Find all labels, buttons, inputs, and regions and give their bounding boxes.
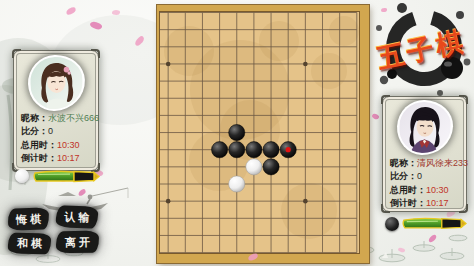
left-player-card: 昵称：水波不兴666 比分：0 总用时：10:30 倒计时：10:17 xyxy=(13,50,99,171)
stat-row: 昵称：水波不兴666 xyxy=(21,112,97,125)
nickname-label: 昵称： xyxy=(21,113,48,123)
stone-black xyxy=(246,142,262,158)
stone-black xyxy=(229,124,245,140)
stone-black xyxy=(229,142,245,158)
score-label: 比分： xyxy=(21,126,48,136)
stone-black xyxy=(212,142,228,158)
card-corner-ornament xyxy=(12,49,21,58)
stat-row: 昵称：清风徐来233 xyxy=(390,157,466,170)
stone-black xyxy=(263,142,279,158)
score-value: 0 xyxy=(417,171,422,181)
resign-button[interactable]: 认输 xyxy=(56,205,99,228)
total-time-value: 10:30 xyxy=(57,140,80,150)
left-player-stats: 昵称：水波不兴666 比分：0 总用时：10:30 倒计时：10:17 xyxy=(21,112,97,166)
stat-row: 比分：0 xyxy=(390,170,466,183)
stone-white xyxy=(246,159,262,175)
petal-icon xyxy=(371,113,380,121)
right-player-stats: 昵称：清风徐来233 比分：0 总用时：10:30 倒计时：10:17 xyxy=(390,157,466,211)
total-time-value: 10:30 xyxy=(426,185,449,195)
score-label: 比分： xyxy=(390,171,417,181)
undo-move-button[interactable]: 悔棋 xyxy=(8,207,50,230)
star-point xyxy=(166,199,171,204)
last-move-marker xyxy=(286,147,291,152)
white-stone-icon xyxy=(15,169,29,183)
nickname-value: 水波不兴666 xyxy=(48,113,99,123)
countdown-value: 10:17 xyxy=(426,198,449,208)
total-time-label: 总用时： xyxy=(21,140,57,150)
sword-item-icon xyxy=(32,168,100,185)
stat-row: 比分：0 xyxy=(21,125,97,138)
card-corner-ornament xyxy=(381,95,390,104)
gomoku-board[interactable] xyxy=(157,5,369,263)
card-corner-ornament xyxy=(459,95,468,104)
stone-white xyxy=(229,176,245,192)
stat-row: 总用时：10:30 xyxy=(21,139,97,152)
nickname-label: 昵称： xyxy=(390,158,417,168)
sword-item-icon xyxy=(401,215,467,232)
countdown-label: 倒计时： xyxy=(390,198,426,208)
draw-button[interactable]: 和棋 xyxy=(8,233,51,255)
nickname-value: 清风徐来233 xyxy=(417,158,468,168)
game-window: 五子棋 昵称：水波不兴666 比分：0 总用时：1 xyxy=(0,0,474,266)
score-value: 0 xyxy=(48,126,53,136)
countdown-label: 倒计时： xyxy=(21,153,57,163)
black-stone-icon xyxy=(385,217,399,231)
card-corner-ornament xyxy=(381,204,390,213)
stone-black xyxy=(263,159,279,175)
left-player-avatar xyxy=(27,54,86,112)
leave-button[interactable]: 离开 xyxy=(56,231,99,254)
star-point xyxy=(303,199,308,204)
stat-row: 倒计时：10:17 xyxy=(390,197,466,210)
stat-row: 总用时：10:30 xyxy=(390,184,466,197)
star-point xyxy=(303,62,308,67)
total-time-label: 总用时： xyxy=(390,185,426,195)
card-corner-ornament xyxy=(91,49,100,58)
right-player-card: 昵称：清风徐来233 比分：0 总用时：10:30 倒计时：10:17 xyxy=(382,96,467,212)
countdown-value: 10:17 xyxy=(57,153,80,163)
stat-row: 倒计时：10:17 xyxy=(21,152,97,165)
right-player-avatar xyxy=(396,99,454,156)
star-point xyxy=(166,62,171,67)
